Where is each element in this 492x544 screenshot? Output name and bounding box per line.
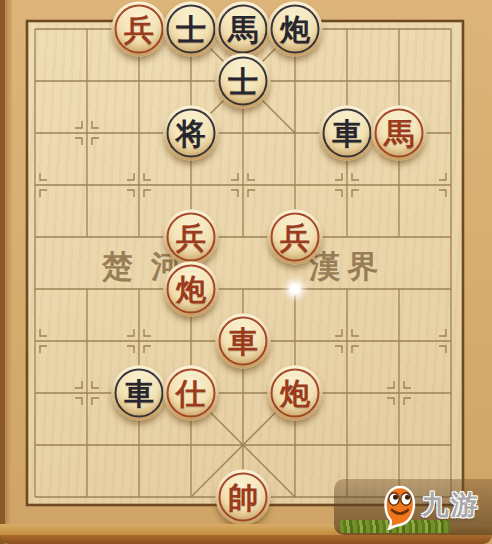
piece-black-horse[interactable]: 馬: [216, 2, 271, 57]
piece-black-advisor[interactable]: 士: [216, 54, 271, 109]
piece-red-chariot[interactable]: 車: [216, 314, 271, 369]
piece-glyph: 士: [228, 66, 258, 96]
jiuyou-mascot-icon: [380, 484, 420, 530]
piece-glyph: 兵: [176, 222, 206, 252]
piece-layer: 兵士馬炮士将車馬兵兵炮車車仕炮帥: [0, 0, 492, 544]
piece-glyph: 炮: [280, 378, 310, 408]
piece-glyph: 車: [332, 118, 362, 148]
piece-red-cannon[interactable]: 炮: [164, 262, 219, 317]
piece-red-soldier[interactable]: 兵: [112, 2, 167, 57]
piece-black-chariot[interactable]: 車: [112, 366, 167, 421]
xiangqi-app-screen: 楚河 漢界 兵士馬炮士将車馬兵兵炮車車仕炮帥 九游: [0, 0, 492, 544]
watermark-banner: 九游: [334, 479, 492, 535]
piece-glyph: 兵: [280, 222, 310, 252]
piece-red-horse[interactable]: 馬: [372, 106, 427, 161]
piece-glyph: 帥: [228, 482, 258, 512]
piece-red-general[interactable]: 帥: [216, 470, 271, 525]
piece-glyph: 車: [228, 326, 258, 356]
piece-glyph: 兵: [124, 14, 154, 44]
watermark-text: 九游: [422, 491, 480, 518]
piece-red-advisor[interactable]: 仕: [164, 366, 219, 421]
piece-black-chariot[interactable]: 車: [320, 106, 375, 161]
piece-black-advisor[interactable]: 士: [164, 2, 219, 57]
piece-black-cannon[interactable]: 炮: [268, 2, 323, 57]
piece-glyph: 馬: [384, 118, 414, 148]
piece-glyph: 炮: [280, 14, 310, 44]
piece-glyph: 炮: [176, 274, 206, 304]
piece-glyph: 士: [176, 14, 206, 44]
piece-red-soldier[interactable]: 兵: [164, 210, 219, 265]
piece-red-cannon[interactable]: 炮: [268, 366, 323, 421]
piece-red-soldier[interactable]: 兵: [268, 210, 323, 265]
piece-glyph: 馬: [228, 14, 258, 44]
piece-glyph: 車: [124, 378, 154, 408]
piece-black-general[interactable]: 将: [164, 106, 219, 161]
piece-glyph: 仕: [176, 378, 206, 408]
piece-glyph: 将: [176, 118, 206, 148]
board-front-edge: [0, 535, 492, 544]
